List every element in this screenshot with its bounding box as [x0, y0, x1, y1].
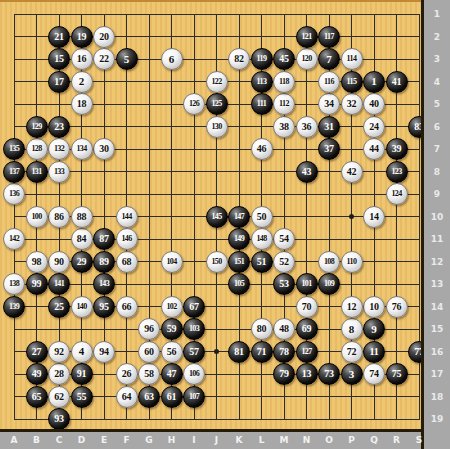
move-number: 89: [99, 257, 108, 267]
stone-B-137[interactable]: 137: [3, 161, 25, 183]
move-number: 119: [257, 55, 267, 63]
column-label-J: J: [215, 435, 218, 445]
move-number: 43: [302, 167, 311, 177]
stone-W-16[interactable]: 16: [71, 48, 93, 70]
stone-W-90[interactable]: 90: [48, 251, 70, 273]
move-number: 79: [279, 369, 288, 379]
row-label-5: 5: [427, 99, 447, 109]
column-label-D: D: [78, 435, 85, 445]
stone-W-138[interactable]: 138: [3, 273, 25, 295]
stone-W-4[interactable]: 4: [71, 341, 93, 363]
stone-W-46[interactable]: 46: [251, 138, 273, 160]
stone-W-8[interactable]: 8: [341, 318, 363, 340]
column-label-C: C: [56, 435, 63, 445]
stone-W-146[interactable]: 146: [116, 228, 138, 250]
move-number: 2: [79, 76, 85, 87]
move-number: 32: [347, 99, 356, 109]
row-label-10: 10: [427, 212, 447, 222]
stone-W-72[interactable]: 72: [341, 341, 363, 363]
move-number: 48: [279, 324, 288, 334]
column-label-N: N: [303, 435, 311, 445]
column-label-Q: Q: [370, 435, 378, 445]
stone-W-100[interactable]: 100: [26, 206, 48, 228]
stone-B-109[interactable]: 109: [318, 273, 340, 295]
stone-W-106[interactable]: 106: [183, 363, 205, 385]
move-number: 50: [257, 212, 266, 222]
move-number: 36: [302, 122, 311, 132]
stone-W-66[interactable]: 66: [116, 296, 138, 318]
stone-W-68[interactable]: 68: [116, 251, 138, 273]
stone-B-75[interactable]: 75: [386, 363, 408, 385]
move-number: 122: [211, 78, 221, 86]
column-label-F: F: [123, 435, 129, 445]
stone-W-142[interactable]: 142: [3, 228, 25, 250]
stone-B-73[interactable]: 73: [318, 363, 340, 385]
stone-W-76[interactable]: 76: [386, 296, 408, 318]
move-number: 140: [76, 303, 86, 311]
stone-B-47[interactable]: 47: [161, 363, 183, 385]
move-number: 127: [301, 348, 311, 356]
move-number: 57: [189, 347, 198, 357]
move-number: 91: [77, 369, 86, 379]
move-number: 38: [279, 122, 288, 132]
move-number: 46: [257, 144, 266, 154]
stone-W-60[interactable]: 60: [138, 341, 160, 363]
stone-B-51[interactable]: 51: [251, 251, 273, 273]
stone-W-86[interactable]: 86: [48, 206, 70, 228]
move-number: 69: [302, 324, 311, 334]
stone-B-107[interactable]: 107: [183, 386, 205, 408]
stone-W-36[interactable]: 36: [296, 116, 318, 138]
column-label-E: E: [101, 435, 107, 445]
stone-B-27[interactable]: 27: [26, 341, 48, 363]
move-number: 20: [99, 32, 108, 42]
move-number: 95: [99, 302, 108, 312]
move-number: 67: [189, 302, 198, 312]
move-number: 40: [369, 99, 378, 109]
stone-W-34[interactable]: 34: [318, 93, 340, 115]
stone-W-144[interactable]: 144: [116, 206, 138, 228]
move-number: 78: [279, 347, 288, 357]
move-number: 81: [234, 347, 243, 357]
move-number: 64: [122, 392, 131, 402]
stone-W-38[interactable]: 38: [273, 116, 295, 138]
stone-B-151[interactable]: 151: [228, 251, 250, 273]
move-number: 103: [189, 325, 199, 333]
stone-W-132[interactable]: 132: [48, 138, 70, 160]
move-number: 68: [122, 257, 131, 267]
grid-line-horizontal: [14, 419, 420, 420]
move-number: 96: [144, 324, 153, 334]
move-number: 98: [32, 257, 41, 267]
stone-B-149[interactable]: 149: [228, 228, 250, 250]
stone-B-19[interactable]: 19: [71, 26, 93, 48]
stone-W-44[interactable]: 44: [363, 138, 385, 160]
row-label-11: 11: [427, 234, 447, 244]
stone-B-5[interactable]: 5: [116, 48, 138, 70]
move-number: 131: [31, 168, 41, 176]
move-number: 129: [31, 123, 41, 131]
stone-B-41[interactable]: 41: [386, 71, 408, 93]
stone-B-135[interactable]: 135: [3, 138, 25, 160]
stone-W-94[interactable]: 94: [93, 341, 115, 363]
stone-W-22[interactable]: 22: [93, 48, 115, 70]
stone-W-30[interactable]: 30: [93, 138, 115, 160]
move-number: 120: [301, 55, 311, 63]
stone-B-127[interactable]: 127: [296, 341, 318, 363]
column-label-O: O: [325, 435, 333, 445]
row-labels-strip: 12345678910111213141516171819: [421, 0, 450, 449]
stone-W-56[interactable]: 56: [161, 341, 183, 363]
stone-B-139[interactable]: 139: [3, 296, 25, 318]
stone-B-11[interactable]: 11: [363, 341, 385, 363]
stone-B-125[interactable]: 125: [206, 93, 228, 115]
stone-W-54[interactable]: 54: [273, 228, 295, 250]
move-number: 31: [324, 122, 333, 132]
stone-B-49[interactable]: 49: [26, 363, 48, 385]
stone-W-48[interactable]: 48: [273, 318, 295, 340]
move-number: 34: [324, 99, 333, 109]
go-board-diagram: 1234567891011121314151617181920212223242…: [0, 0, 450, 449]
move-number: 17: [54, 77, 63, 87]
stone-B-101[interactable]: 101: [296, 273, 318, 295]
stone-W-114[interactable]: 114: [341, 48, 363, 70]
stone-W-148[interactable]: 148: [251, 228, 273, 250]
stone-B-121[interactable]: 121: [296, 26, 318, 48]
stone-B-113[interactable]: 113: [251, 71, 273, 93]
stone-W-84[interactable]: 84: [71, 228, 93, 250]
stone-W-40[interactable]: 40: [363, 93, 385, 115]
move-number: 9: [371, 324, 377, 335]
stone-B-3[interactable]: 3: [341, 363, 363, 385]
stone-B-141[interactable]: 141: [48, 273, 70, 295]
stone-B-65[interactable]: 65: [26, 386, 48, 408]
move-number: 59: [167, 324, 176, 334]
stone-W-130[interactable]: 130: [206, 116, 228, 138]
stone-W-10[interactable]: 10: [363, 296, 385, 318]
row-label-19: 19: [427, 414, 447, 424]
stone-B-59[interactable]: 59: [161, 318, 183, 340]
move-number: 115: [347, 78, 357, 86]
move-number: 142: [9, 235, 19, 243]
stone-B-143[interactable]: 143: [93, 273, 115, 295]
move-number: 134: [76, 145, 86, 153]
move-number: 117: [324, 33, 334, 41]
move-number: 62: [54, 392, 63, 402]
stone-B-57[interactable]: 57: [183, 341, 205, 363]
move-number: 49: [32, 369, 41, 379]
column-label-B: B: [33, 435, 40, 445]
move-number: 58: [144, 369, 153, 379]
move-number: 144: [121, 213, 131, 221]
move-number: 124: [391, 190, 401, 198]
move-number: 146: [121, 235, 131, 243]
stone-B-93[interactable]: 93: [48, 408, 70, 430]
stone-B-21[interactable]: 21: [48, 26, 70, 48]
move-number: 18: [77, 99, 86, 109]
stone-W-74[interactable]: 74: [363, 363, 385, 385]
move-number: 3: [349, 369, 355, 380]
stone-W-140[interactable]: 140: [71, 296, 93, 318]
move-number: 121: [301, 33, 311, 41]
stone-W-80[interactable]: 80: [251, 318, 273, 340]
row-label-12: 12: [427, 257, 447, 267]
stone-W-32[interactable]: 32: [341, 93, 363, 115]
stone-W-64[interactable]: 64: [116, 386, 138, 408]
move-number: 99: [32, 279, 41, 289]
move-number: 111: [257, 100, 266, 108]
move-number: 139: [9, 303, 19, 311]
move-number: 73: [324, 369, 333, 379]
stone-B-103[interactable]: 103: [183, 318, 205, 340]
stone-B-39[interactable]: 39: [386, 138, 408, 160]
row-label-17: 17: [427, 369, 447, 379]
stone-B-45[interactable]: 45: [273, 48, 295, 70]
move-number: 29: [77, 257, 86, 267]
column-label-I: I: [192, 435, 195, 445]
stone-W-24[interactable]: 24: [363, 116, 385, 138]
stone-B-43[interactable]: 43: [296, 161, 318, 183]
stone-W-124[interactable]: 124: [386, 183, 408, 205]
move-number: 13: [302, 369, 311, 379]
move-number: 138: [9, 280, 19, 288]
move-number: 5: [124, 54, 130, 65]
stone-B-105[interactable]: 105: [228, 273, 250, 295]
star-point: [214, 349, 219, 354]
move-number: 133: [54, 168, 64, 176]
stone-W-120[interactable]: 120: [296, 48, 318, 70]
move-number: 86: [54, 212, 63, 222]
move-number: 110: [347, 258, 357, 266]
move-number: 76: [392, 302, 401, 312]
move-number: 114: [347, 55, 357, 63]
move-number: 93: [54, 414, 63, 424]
column-label-A: A: [11, 435, 18, 445]
move-number: 30: [99, 144, 108, 154]
move-number: 106: [189, 370, 199, 378]
stone-W-118[interactable]: 118: [273, 71, 295, 93]
stone-W-104[interactable]: 104: [161, 251, 183, 273]
stone-B-115[interactable]: 115: [341, 71, 363, 93]
move-number: 60: [144, 347, 153, 357]
row-label-16: 16: [427, 347, 447, 357]
stone-B-89[interactable]: 89: [93, 251, 115, 273]
stone-W-12[interactable]: 12: [341, 296, 363, 318]
stone-B-147[interactable]: 147: [228, 206, 250, 228]
move-number: 28: [54, 369, 63, 379]
stone-W-102[interactable]: 102: [161, 296, 183, 318]
move-number: 21: [54, 32, 63, 42]
board-top-edge: [0, 0, 424, 2]
stone-W-98[interactable]: 98: [26, 251, 48, 273]
move-number: 22: [99, 54, 108, 64]
stone-W-122[interactable]: 122: [206, 71, 228, 93]
move-number: 109: [324, 280, 334, 288]
stone-W-110[interactable]: 110: [341, 251, 363, 273]
stone-B-25[interactable]: 25: [48, 296, 70, 318]
stone-W-28[interactable]: 28: [48, 363, 70, 385]
stone-B-79[interactable]: 79: [273, 363, 295, 385]
move-number: 75: [392, 369, 401, 379]
stone-B-29[interactable]: 29: [71, 251, 93, 273]
stone-W-20[interactable]: 20: [93, 26, 115, 48]
move-number: 8: [349, 324, 355, 335]
stone-W-108[interactable]: 108: [318, 251, 340, 273]
move-number: 27: [32, 347, 41, 357]
move-number: 66: [122, 302, 131, 312]
move-number: 80: [257, 324, 266, 334]
go-board[interactable]: 1234567891011121314151617181920212223242…: [0, 0, 424, 432]
stone-B-119[interactable]: 119: [251, 48, 273, 70]
move-number: 112: [279, 100, 289, 108]
stone-B-9[interactable]: 9: [363, 318, 385, 340]
move-number: 74: [369, 369, 378, 379]
move-number: 84: [77, 234, 86, 244]
move-number: 39: [392, 144, 401, 154]
move-number: 100: [31, 213, 41, 221]
stone-W-92[interactable]: 92: [48, 341, 70, 363]
stone-B-87[interactable]: 87: [93, 228, 115, 250]
stone-W-134[interactable]: 134: [71, 138, 93, 160]
move-number: 145: [211, 213, 221, 221]
move-number: 61: [167, 392, 176, 402]
stone-W-150[interactable]: 150: [206, 251, 228, 273]
stone-W-112[interactable]: 112: [273, 93, 295, 115]
stone-W-128[interactable]: 128: [26, 138, 48, 160]
stone-W-133[interactable]: 133: [48, 161, 70, 183]
move-number: 56: [167, 347, 176, 357]
move-number: 143: [99, 280, 109, 288]
move-number: 6: [169, 54, 175, 65]
move-number: 125: [211, 100, 221, 108]
move-number: 19: [77, 32, 86, 42]
stone-B-31[interactable]: 31: [318, 116, 340, 138]
stone-W-26[interactable]: 26: [116, 363, 138, 385]
stone-B-15[interactable]: 15: [48, 48, 70, 70]
row-label-9: 9: [427, 189, 447, 199]
move-number: 63: [144, 392, 153, 402]
move-number: 11: [370, 347, 379, 357]
row-label-4: 4: [427, 77, 447, 87]
move-number: 149: [234, 235, 244, 243]
move-number: 55: [77, 392, 86, 402]
move-number: 102: [166, 303, 176, 311]
stone-B-99[interactable]: 99: [26, 273, 48, 295]
stone-W-116[interactable]: 116: [318, 71, 340, 93]
stone-W-58[interactable]: 58: [138, 363, 160, 385]
move-number: 137: [9, 168, 19, 176]
stone-B-123[interactable]: 123: [386, 161, 408, 183]
column-label-L: L: [259, 435, 265, 445]
row-label-13: 13: [427, 279, 447, 289]
row-label-1: 1: [427, 9, 447, 19]
move-number: 70: [302, 302, 311, 312]
stone-W-88[interactable]: 88: [71, 206, 93, 228]
move-number: 107: [189, 393, 199, 401]
stone-W-2[interactable]: 2: [71, 71, 93, 93]
move-number: 37: [324, 144, 333, 154]
move-number: 53: [279, 279, 288, 289]
stone-B-69[interactable]: 69: [296, 318, 318, 340]
move-number: 108: [324, 258, 334, 266]
stone-W-62[interactable]: 62: [48, 386, 70, 408]
stone-B-71[interactable]: 71: [251, 341, 273, 363]
row-label-8: 8: [427, 167, 447, 177]
stone-B-53[interactable]: 53: [273, 273, 295, 295]
stone-W-50[interactable]: 50: [251, 206, 273, 228]
move-number: 123: [391, 168, 401, 176]
stone-W-136[interactable]: 136: [3, 183, 25, 205]
move-number: 71: [257, 347, 266, 357]
stone-B-78[interactable]: 78: [273, 341, 295, 363]
stone-W-42[interactable]: 42: [341, 161, 363, 183]
column-label-K: K: [236, 435, 243, 445]
move-number: 150: [211, 258, 221, 266]
move-number: 14: [369, 212, 378, 222]
stone-B-61[interactable]: 61: [161, 386, 183, 408]
move-number: 147: [234, 213, 244, 221]
move-number: 4: [79, 346, 85, 357]
stone-B-37[interactable]: 37: [318, 138, 340, 160]
stone-W-52[interactable]: 52: [273, 251, 295, 273]
stone-W-82[interactable]: 82: [228, 48, 250, 70]
stone-B-145[interactable]: 145: [206, 206, 228, 228]
move-number: 42: [347, 167, 356, 177]
row-label-3: 3: [427, 54, 447, 64]
stone-B-23[interactable]: 23: [48, 116, 70, 138]
move-number: 45: [279, 54, 288, 64]
stone-B-117[interactable]: 117: [318, 26, 340, 48]
move-number: 105: [234, 280, 244, 288]
move-number: 136: [9, 190, 19, 198]
move-number: 88: [77, 212, 86, 222]
row-label-15: 15: [427, 324, 447, 334]
stone-B-95[interactable]: 95: [93, 296, 115, 318]
move-number: 82: [234, 54, 243, 64]
move-number: 16: [77, 54, 86, 64]
move-number: 132: [54, 145, 64, 153]
row-label-14: 14: [427, 302, 447, 312]
stone-B-63[interactable]: 63: [138, 386, 160, 408]
move-number: 25: [54, 302, 63, 312]
column-label-G: G: [145, 435, 152, 445]
stone-B-111[interactable]: 111: [251, 93, 273, 115]
stone-B-55[interactable]: 55: [71, 386, 93, 408]
stone-W-14[interactable]: 14: [363, 206, 385, 228]
move-number: 44: [369, 144, 378, 154]
move-number: 126: [189, 100, 199, 108]
stone-B-129[interactable]: 129: [26, 116, 48, 138]
stone-W-6[interactable]: 6: [161, 48, 183, 70]
stone-W-126[interactable]: 126: [183, 93, 205, 115]
move-number: 101: [301, 280, 311, 288]
stone-B-131[interactable]: 131: [26, 161, 48, 183]
stone-B-17[interactable]: 17: [48, 71, 70, 93]
stone-B-81[interactable]: 81: [228, 341, 250, 363]
stone-B-67[interactable]: 67: [183, 296, 205, 318]
column-label-M: M: [280, 435, 289, 445]
stone-W-96[interactable]: 96: [138, 318, 160, 340]
move-number: 51: [257, 257, 266, 267]
row-label-18: 18: [427, 392, 447, 402]
stone-B-91[interactable]: 91: [71, 363, 93, 385]
stone-W-70[interactable]: 70: [296, 296, 318, 318]
stone-B-1[interactable]: 1: [363, 71, 385, 93]
stone-B-7[interactable]: 7: [318, 48, 340, 70]
stone-W-18[interactable]: 18: [71, 93, 93, 115]
row-label-2: 2: [427, 32, 447, 42]
stone-B-13[interactable]: 13: [296, 363, 318, 385]
